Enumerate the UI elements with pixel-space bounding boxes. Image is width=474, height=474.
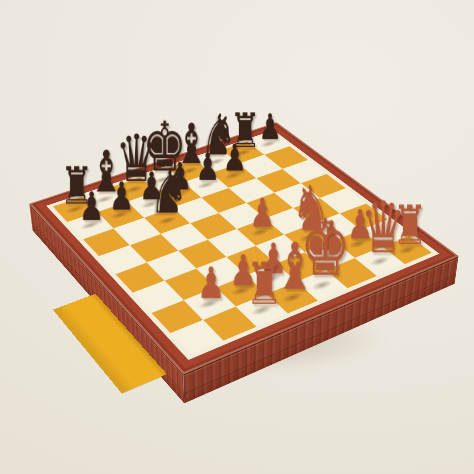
pawn-glyph: ♟ <box>109 177 134 216</box>
pawn-glyph: ♟ <box>258 110 281 145</box>
pawn-glyph: ♟ <box>223 140 247 177</box>
pawn-glyph: ♟ <box>196 149 220 186</box>
page-background: ♜♝♛♚♝♞♜♟♟♟♟♟♟♟♞♟♞♟♟♟♟♟♜♝♚♛♜ <box>0 0 474 474</box>
queen-glyph: ♛ <box>360 193 406 264</box>
pawn-glyph: ♟ <box>249 193 275 233</box>
pawn-glyph: ♟ <box>79 187 105 226</box>
rook-glyph: ♜ <box>245 254 283 312</box>
knight-glyph: ♞ <box>149 161 189 222</box>
pawn-glyph: ♟ <box>197 262 225 305</box>
